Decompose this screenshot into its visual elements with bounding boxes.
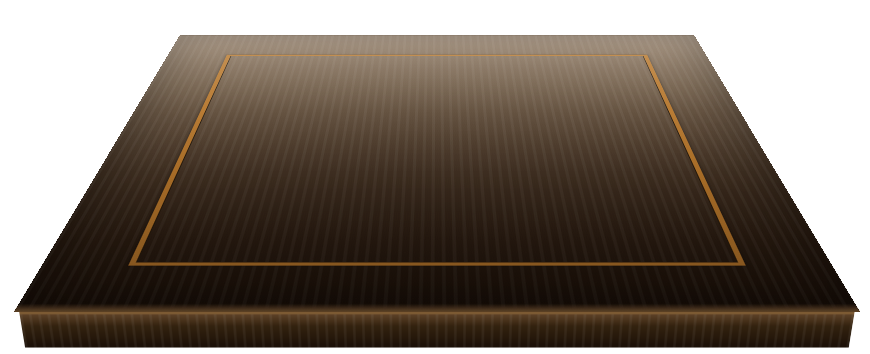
board-side-grain [20,314,855,347]
chess-board [14,35,860,312]
board-bevel-edge [14,304,860,312]
photo-stage [0,0,870,354]
board-side-face [19,312,855,348]
board-squares [143,57,730,259]
